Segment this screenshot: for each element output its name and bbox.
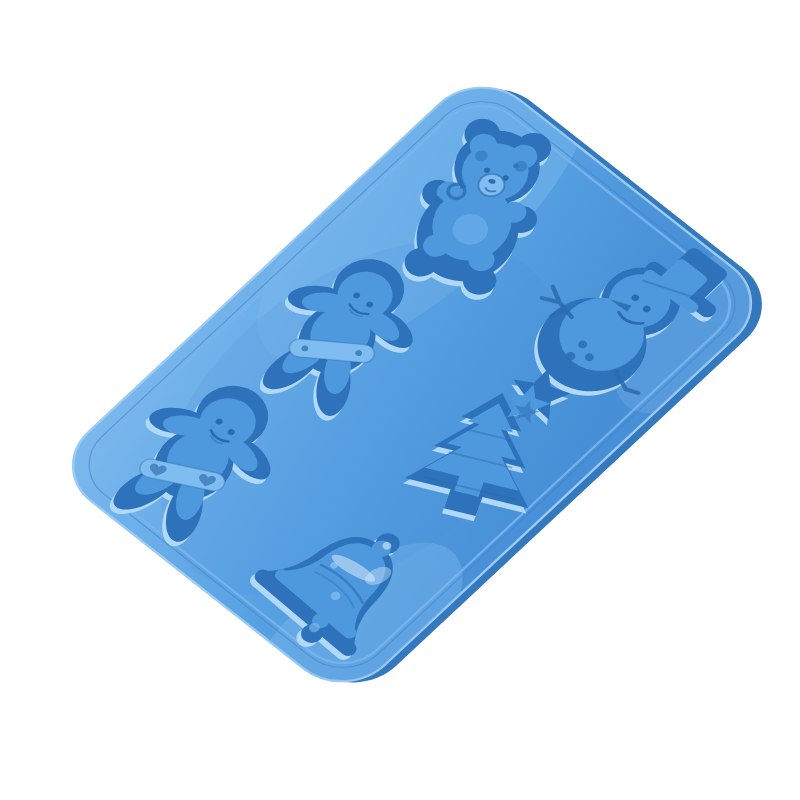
silicone-mold-image (0, 0, 800, 800)
product-photo (0, 0, 800, 800)
